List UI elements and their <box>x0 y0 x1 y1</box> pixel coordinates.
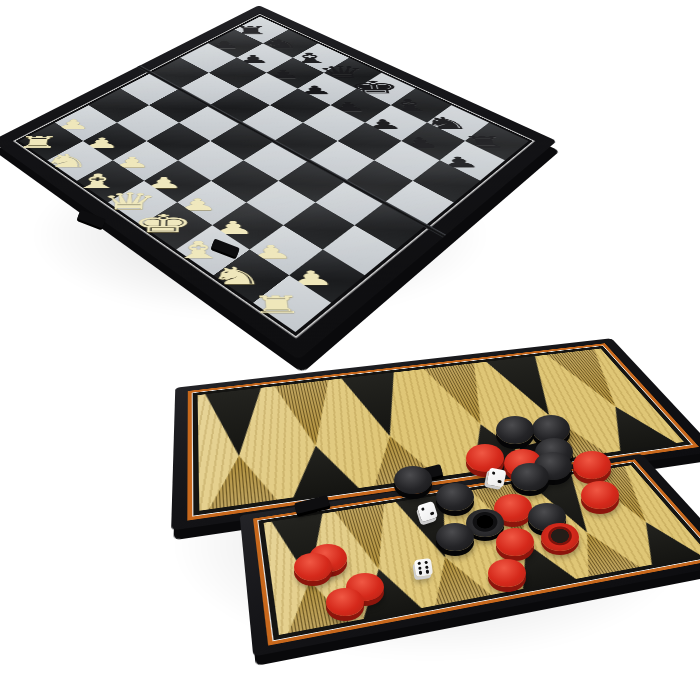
white-king: ♚ <box>131 211 194 237</box>
gold-point <box>547 349 642 410</box>
black-checker <box>436 523 474 551</box>
black-checker <box>511 463 549 491</box>
chess-board-case: ♜♞♝♛♚♝♞♜♟♟♟♟♟♟♟♟♟♟♟♟♟♟♟♟♜♞♝♛♚♝♞♜ <box>0 5 557 360</box>
red-checker <box>581 481 619 509</box>
red-checker <box>496 528 534 556</box>
black-checker <box>394 466 432 494</box>
die-pip <box>497 480 501 484</box>
red-checker <box>488 559 526 587</box>
red-checker <box>466 444 504 472</box>
die-pip <box>418 566 422 570</box>
die-pip <box>426 570 430 574</box>
die-showing-6 <box>414 558 433 577</box>
chess-board: ♜♞♝♛♚♝♞♜♟♟♟♟♟♟♟♟♟♟♟♟♟♟♟♟♜♞♝♛♚♝♞♜ <box>19 16 528 332</box>
die-pip <box>425 565 429 569</box>
die-pip <box>424 560 428 564</box>
white-knight: ♞ <box>41 152 92 170</box>
red-checker <box>294 553 332 581</box>
red-checker <box>326 588 364 616</box>
die-pip <box>418 561 422 565</box>
black-point <box>623 518 700 565</box>
white-knight: ♞ <box>208 264 265 288</box>
black-point <box>341 372 418 439</box>
gold-point <box>424 363 509 428</box>
die-pip <box>421 507 425 511</box>
die-pip <box>430 511 434 515</box>
chess-board-scene: ♜♞♝♛♚♝♞♜♟♟♟♟♟♟♟♟♟♟♟♟♟♟♟♟♜♞♝♛♚♝♞♜ <box>74 0 474 341</box>
red-checker <box>573 451 611 479</box>
product-photo-stage: ♜♞♝♛♚♝♞♜♟♟♟♟♟♟♟♟♟♟♟♟♟♟♟♟♜♞♝♛♚♝♞♜ <box>0 0 700 700</box>
black-checker <box>436 483 474 511</box>
die-showing-2 <box>486 467 506 487</box>
black-checker <box>496 416 534 444</box>
die-pip <box>492 471 496 475</box>
die-pip <box>419 571 423 575</box>
red-checker-flipped <box>541 523 579 551</box>
white-rook: ♜ <box>14 134 61 150</box>
